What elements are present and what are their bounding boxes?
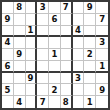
- sudoku-cell-r5c5: 1: [49, 49, 61, 61]
- sudoku-cell-r3c8[interactable]: [84, 26, 96, 38]
- sudoku-cell-r7c5[interactable]: [49, 73, 61, 85]
- sudoku-cell-r6c9: 1: [96, 61, 108, 73]
- sudoku-cell-r2c1: 9: [2, 14, 14, 26]
- sudoku-cell-r8c7[interactable]: [73, 84, 85, 96]
- sudoku-cell-r4c9: 3: [96, 37, 108, 49]
- sudoku-cell-r4c1: 4: [2, 37, 14, 49]
- sudoku-cell-r2c3[interactable]: [26, 14, 38, 26]
- sudoku-cell-r6c5[interactable]: [49, 61, 61, 73]
- sudoku-cell-r1c4: 3: [37, 2, 49, 14]
- sudoku-cell-r6c7[interactable]: [73, 61, 85, 73]
- sudoku-cell-r1c9[interactable]: [96, 2, 108, 14]
- sudoku-cell-r7c7: 3: [73, 73, 85, 85]
- sudoku-cell-r7c4[interactable]: [37, 73, 49, 85]
- sudoku-cell-r9c2: 4: [14, 96, 26, 108]
- sudoku-cell-r7c1[interactable]: [2, 73, 14, 85]
- sudoku-cell-r5c1[interactable]: [2, 49, 14, 61]
- sudoku-cell-r2c4[interactable]: [37, 14, 49, 26]
- sudoku-cell-r9c9[interactable]: [96, 96, 108, 108]
- sudoku-cell-r5c8: 2: [84, 49, 96, 61]
- sudoku-cell-r2c9: 7: [96, 14, 108, 26]
- sudoku-cell-r9c4: 7: [37, 96, 49, 108]
- sudoku-cell-r9c6: 8: [61, 96, 73, 108]
- sudoku-cell-r2c6[interactable]: [61, 14, 73, 26]
- sudoku-cell-r2c7[interactable]: [73, 14, 85, 26]
- sudoku-cell-r8c2[interactable]: [14, 84, 26, 96]
- sudoku-cell-r3c5[interactable]: [49, 26, 61, 38]
- sudoku-cell-r7c8[interactable]: [84, 73, 96, 85]
- sudoku-cell-r9c3[interactable]: [26, 96, 38, 108]
- sudoku-cell-r3c2[interactable]: [14, 26, 26, 38]
- sudoku-cell-r5c9[interactable]: [96, 49, 108, 61]
- sudoku-cell-r1c3[interactable]: [26, 2, 38, 14]
- sudoku-cell-r4c2[interactable]: [14, 37, 26, 49]
- sudoku-cell-r6c2[interactable]: [14, 61, 26, 73]
- sudoku-cell-r8c5: 2: [49, 84, 61, 96]
- sudoku-cell-r4c7[interactable]: [73, 37, 85, 49]
- sudoku-cell-r6c8[interactable]: [84, 61, 96, 73]
- sudoku-cell-r7c6[interactable]: [61, 73, 73, 85]
- sudoku-cell-r6c3[interactable]: [26, 61, 38, 73]
- sudoku-cell-r3c7: 4: [73, 26, 85, 38]
- sudoku-cell-r7c9[interactable]: [96, 73, 108, 85]
- sudoku-cell-r1c5[interactable]: [49, 2, 61, 14]
- sudoku-cell-r9c1[interactable]: [2, 96, 14, 108]
- sudoku-cell-r2c5: 6: [49, 14, 61, 26]
- sudoku-cell-r5c7[interactable]: [73, 49, 85, 61]
- sudoku-cell-r4c3[interactable]: [26, 37, 38, 49]
- sudoku-cell-r8c9: 9: [96, 84, 108, 96]
- sudoku-cell-r5c2: 9: [14, 49, 26, 61]
- sudoku-cell-r9c8: 1: [84, 96, 96, 108]
- sudoku-cell-r4c8[interactable]: [84, 37, 96, 49]
- sudoku-cell-r3c6[interactable]: [61, 26, 73, 38]
- sudoku-cell-r6c4[interactable]: [37, 61, 49, 73]
- sudoku-cell-r2c2[interactable]: [14, 14, 26, 26]
- sudoku-cell-r9c7[interactable]: [73, 96, 85, 108]
- sudoku-cell-r3c4[interactable]: [37, 26, 49, 38]
- sudoku-cell-r8c3[interactable]: [26, 84, 38, 96]
- sudoku-cell-r7c3: 9: [26, 73, 38, 85]
- sudoku-cell-r3c3: 1: [26, 26, 38, 38]
- sudoku-cell-r5c4[interactable]: [37, 49, 49, 61]
- sudoku-cell-r4c6[interactable]: [61, 37, 73, 49]
- sudoku-cell-r3c1[interactable]: [2, 26, 14, 38]
- sudoku-cell-r5c6[interactable]: [61, 49, 73, 61]
- sudoku-cell-r8c4[interactable]: [37, 84, 49, 96]
- sudoku-cell-r8c1: 5: [2, 84, 14, 96]
- sudoku-cell-r4c4[interactable]: [37, 37, 49, 49]
- sudoku-cell-r6c1: 6: [2, 61, 14, 73]
- sudoku-cell-r3c9[interactable]: [96, 26, 108, 38]
- sudoku-cell-r8c8[interactable]: [84, 84, 96, 96]
- sudoku-cell-r1c7[interactable]: [73, 2, 85, 14]
- sudoku-cell-r1c6: 7: [61, 2, 73, 14]
- sudoku-cell-r4c5[interactable]: [49, 37, 61, 49]
- sudoku-cell-r1c1[interactable]: [2, 2, 14, 14]
- sudoku-cell-r6c6[interactable]: [61, 61, 73, 73]
- sudoku-cell-r8c6[interactable]: [61, 84, 73, 96]
- sudoku-cell-r2c8[interactable]: [84, 14, 96, 26]
- sudoku-board: 8379967144391261935294781: [0, 0, 110, 110]
- sudoku-cell-r7c2[interactable]: [14, 73, 26, 85]
- sudoku-cell-r1c8: 9: [84, 2, 96, 14]
- sudoku-cell-r1c2: 8: [14, 2, 26, 14]
- sudoku-cell-r9c5[interactable]: [49, 96, 61, 108]
- sudoku-cell-r5c3[interactable]: [26, 49, 38, 61]
